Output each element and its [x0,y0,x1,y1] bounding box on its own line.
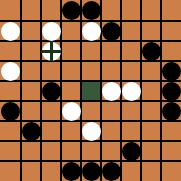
cell-r7c5[interactable] [102,142,120,160]
black-stone [82,1,101,20]
cell-r6c2[interactable] [42,122,60,140]
black-stone [162,62,181,81]
cell-r7c6[interactable] [122,142,140,160]
black-stone [142,42,161,61]
cell-r7c4[interactable] [82,142,100,160]
cell-r0c4[interactable] [82,0,100,20]
cell-r8c5[interactable] [102,162,120,181]
cell-r1c4[interactable] [82,22,100,40]
highlight-square-r4c4[interactable] [82,82,100,100]
cell-r8c7[interactable] [142,162,160,181]
cell-r8c1[interactable] [22,162,40,181]
black-stone [162,82,181,101]
cell-r6c8[interactable] [162,122,181,140]
black-stone [62,1,81,20]
cell-r3c1[interactable] [22,62,40,80]
cell-r0c7[interactable] [142,0,160,20]
cell-r3c6[interactable] [122,62,140,80]
cell-r0c1[interactable] [22,0,40,20]
cell-r5c1[interactable] [22,102,40,120]
black-stone [102,22,121,41]
cell-r0c3[interactable] [62,0,80,20]
cell-r8c2[interactable] [42,162,60,181]
white-stone [1,62,20,81]
cell-r1c7[interactable] [142,22,160,40]
black-stone [42,82,61,101]
cell-r6c5[interactable] [102,122,120,140]
cell-r5c3[interactable] [62,102,80,120]
cross-marker-icon [41,50,61,53]
black-stone [162,102,181,121]
cell-r2c7[interactable] [142,42,160,60]
cell-r7c7[interactable] [142,142,160,160]
cell-r7c1[interactable] [22,142,40,160]
cell-r5c0[interactable] [0,102,20,120]
cell-r5c2[interactable] [42,102,60,120]
cell-r1c5[interactable] [102,22,120,40]
cell-r1c3[interactable] [62,22,80,40]
cell-r8c6[interactable] [122,162,140,181]
white-stone [82,22,101,41]
cell-r5c7[interactable] [142,102,160,120]
cell-r2c2[interactable] [42,42,60,60]
white-stone [42,22,61,41]
cell-r7c3[interactable] [62,142,80,160]
cell-r3c5[interactable] [102,62,120,80]
cell-r4c5[interactable] [102,82,120,100]
cell-r8c0[interactable] [0,162,20,181]
cell-r4c1[interactable] [22,82,40,100]
cell-r8c4[interactable] [82,162,100,181]
cell-r3c7[interactable] [142,62,160,80]
cell-r3c3[interactable] [62,62,80,80]
white-stone [82,122,101,141]
cell-r2c1[interactable] [22,42,40,60]
cell-r2c6[interactable] [122,42,140,60]
cell-r4c2[interactable] [42,82,60,100]
cell-r6c1[interactable] [22,122,40,140]
cell-r4c6[interactable] [122,82,140,100]
cell-r1c1[interactable] [22,22,40,40]
white-stone [102,82,121,101]
cell-r1c0[interactable] [0,22,20,40]
cell-r1c2[interactable] [42,22,60,40]
cell-r6c7[interactable] [142,122,160,140]
cell-r3c8[interactable] [162,62,181,80]
cell-r2c0[interactable] [0,42,20,60]
black-stone [122,142,141,161]
cell-r2c8[interactable] [162,42,181,60]
cell-r4c7[interactable] [142,82,160,100]
cell-r6c0[interactable] [0,122,20,140]
cell-r2c5[interactable] [102,42,120,60]
cell-r3c4[interactable] [82,62,100,80]
black-stone [102,162,121,181]
cell-r0c2[interactable] [42,0,60,20]
white-stone [1,22,20,41]
cell-r1c8[interactable] [162,22,181,40]
black-stone [22,122,41,141]
cell-r0c0[interactable] [0,0,20,20]
cell-r3c2[interactable] [42,62,60,80]
cell-r6c3[interactable] [62,122,80,140]
cell-r0c6[interactable] [122,0,140,20]
black-stone [82,162,101,181]
cell-r3c0[interactable] [0,62,20,80]
cell-r4c0[interactable] [0,82,20,100]
white-stone [122,82,141,101]
game-board [0,0,181,181]
cell-r0c5[interactable] [102,0,120,20]
cell-r8c8[interactable] [162,162,181,181]
cell-r7c8[interactable] [162,142,181,160]
cell-r5c4[interactable] [82,102,100,120]
white-stone [62,102,81,121]
black-stone [62,162,81,181]
cell-r5c5[interactable] [102,102,120,120]
cell-r1c6[interactable] [122,22,140,40]
cell-r2c4[interactable] [82,42,100,60]
cell-r6c6[interactable] [122,122,140,140]
cell-r6c4[interactable] [82,122,100,140]
cell-r2c3[interactable] [62,42,80,60]
cell-r7c0[interactable] [0,142,20,160]
cell-r8c3[interactable] [62,162,80,181]
cell-r4c8[interactable] [162,82,181,100]
black-stone [1,102,20,121]
cell-r7c2[interactable] [42,142,60,160]
cell-r5c8[interactable] [162,102,181,120]
cell-r5c6[interactable] [122,102,140,120]
cell-r4c3[interactable] [62,82,80,100]
cell-r0c8[interactable] [162,0,181,20]
